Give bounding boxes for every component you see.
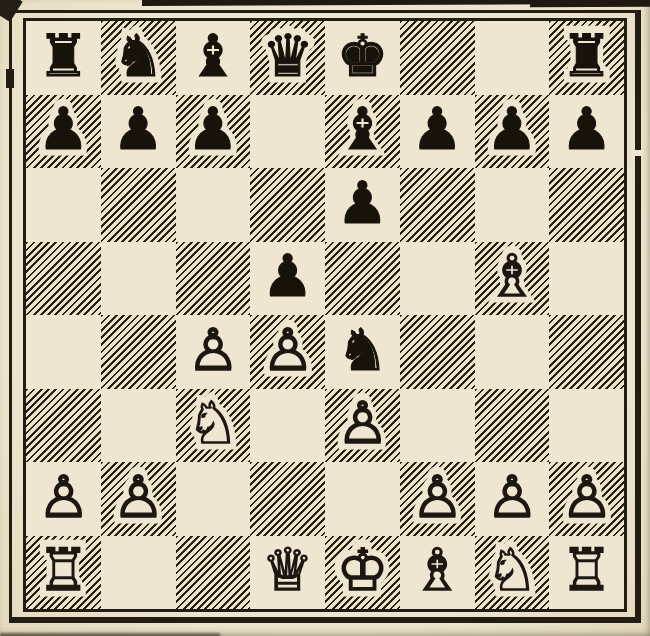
square-e5[interactable] xyxy=(325,242,400,316)
square-h8[interactable]: ♜♜ xyxy=(549,21,624,95)
square-c4[interactable]: ♟♟♙ xyxy=(176,315,251,389)
square-c6[interactable] xyxy=(176,168,251,242)
piece-fill: ♞ xyxy=(187,394,239,452)
piece-halo: ♟ xyxy=(482,96,541,162)
black-king[interactable]: ♚♚ xyxy=(325,21,400,95)
white-king[interactable]: ♚♚♔ xyxy=(325,536,400,610)
piece-halo: ♟ xyxy=(258,243,317,309)
white-bishop[interactable]: ♝♝♗ xyxy=(400,536,475,610)
white-bishop-icon: ♗ xyxy=(486,247,538,305)
black-bishop[interactable]: ♝♝ xyxy=(325,95,400,169)
frame-break-right xyxy=(633,150,642,156)
black-rook[interactable]: ♜♜ xyxy=(26,21,101,95)
square-e3[interactable]: ♟♟♙ xyxy=(325,389,400,463)
chess-board: ♜♜♞♞♝♝♛♛♚♚♜♜♟♟♟♟♟♟♝♝♟♟♟♟♟♟♟♟♟♟♝♝♗♟♟♙♟♟♙♞… xyxy=(26,21,624,609)
square-b3[interactable] xyxy=(101,389,176,463)
square-d6[interactable] xyxy=(250,168,325,242)
piece-halo: ♟ xyxy=(557,96,616,162)
piece-halo: ♟ xyxy=(258,317,317,383)
white-pawn[interactable]: ♟♟♙ xyxy=(101,462,176,536)
white-pawn-icon: ♙ xyxy=(561,467,613,525)
white-pawn[interactable]: ♟♟♙ xyxy=(549,462,624,536)
white-bishop[interactable]: ♝♝♗ xyxy=(475,242,550,316)
black-pawn[interactable]: ♟♟ xyxy=(26,95,101,169)
black-pawn-icon: ♟ xyxy=(411,100,463,158)
square-h4[interactable] xyxy=(549,315,624,389)
black-bishop-icon: ♝ xyxy=(336,100,388,158)
square-c3[interactable]: ♞♞♘ xyxy=(176,389,251,463)
black-rook-icon: ♜ xyxy=(561,26,613,84)
piece-fill: ♟ xyxy=(336,394,388,452)
white-pawn-icon: ♙ xyxy=(187,320,239,378)
square-f5[interactable] xyxy=(400,242,475,316)
square-f4[interactable] xyxy=(400,315,475,389)
black-pawn[interactable]: ♟♟ xyxy=(400,95,475,169)
square-d1[interactable]: ♛♛♕ xyxy=(250,536,325,610)
piece-halo: ♚ xyxy=(333,537,392,603)
square-a7[interactable]: ♟♟ xyxy=(26,95,101,169)
black-pawn-icon: ♟ xyxy=(112,100,164,158)
piece-halo: ♟ xyxy=(482,464,541,530)
square-c5[interactable] xyxy=(176,242,251,316)
square-d2[interactable] xyxy=(250,462,325,536)
square-a3[interactable] xyxy=(26,389,101,463)
piece-halo: ♟ xyxy=(34,96,93,162)
black-knight-icon: ♞ xyxy=(112,26,164,84)
piece-fill: ♛ xyxy=(262,541,314,599)
black-bishop-icon: ♝ xyxy=(187,26,239,84)
square-g3[interactable] xyxy=(475,389,550,463)
scanned-book-page: ♜♜♞♞♝♝♛♛♚♚♜♜♟♟♟♟♟♟♝♝♟♟♟♟♟♟♟♟♟♟♝♝♗♟♟♙♟♟♙♞… xyxy=(0,0,650,636)
black-pawn-icon: ♟ xyxy=(561,100,613,158)
piece-fill: ♟ xyxy=(561,467,613,525)
white-pawn[interactable]: ♟♟♙ xyxy=(475,462,550,536)
white-bishop-icon: ♗ xyxy=(411,541,463,599)
black-queen-icon: ♛ xyxy=(262,26,314,84)
square-e7[interactable]: ♝♝ xyxy=(325,95,400,169)
square-h5[interactable] xyxy=(549,242,624,316)
white-queen[interactable]: ♛♛♕ xyxy=(250,536,325,610)
square-c2[interactable] xyxy=(176,462,251,536)
piece-halo: ♛ xyxy=(258,23,317,89)
white-pawn-icon: ♙ xyxy=(112,467,164,525)
scan-artifact-top-edge xyxy=(142,0,650,6)
piece-fill: ♞ xyxy=(486,541,538,599)
black-pawn-icon: ♟ xyxy=(187,100,239,158)
square-f7[interactable]: ♟♟ xyxy=(400,95,475,169)
square-b7[interactable]: ♟♟ xyxy=(101,95,176,169)
black-rook[interactable]: ♜♜ xyxy=(549,21,624,95)
square-a6[interactable] xyxy=(26,168,101,242)
piece-halo: ♟ xyxy=(109,96,168,162)
square-f6[interactable] xyxy=(400,168,475,242)
square-d3[interactable] xyxy=(250,389,325,463)
square-b5[interactable] xyxy=(101,242,176,316)
white-rook[interactable]: ♜♜♖ xyxy=(26,536,101,610)
piece-halo: ♟ xyxy=(109,464,168,530)
white-pawn-icon: ♙ xyxy=(411,467,463,525)
piece-fill: ♜ xyxy=(37,541,89,599)
black-knight[interactable]: ♞♞ xyxy=(325,315,400,389)
black-pawn[interactable]: ♟♟ xyxy=(549,95,624,169)
black-pawn[interactable]: ♟♟ xyxy=(250,242,325,316)
white-pawn[interactable]: ♟♟♙ xyxy=(325,389,400,463)
square-f1[interactable]: ♝♝♗ xyxy=(400,536,475,610)
white-knight[interactable]: ♞♞♘ xyxy=(475,536,550,610)
black-pawn-icon: ♟ xyxy=(336,173,388,231)
square-g4[interactable] xyxy=(475,315,550,389)
square-c7[interactable]: ♟♟ xyxy=(176,95,251,169)
piece-halo: ♞ xyxy=(109,23,168,89)
black-pawn[interactable]: ♟♟ xyxy=(101,95,176,169)
piece-halo: ♟ xyxy=(333,170,392,236)
square-d5[interactable]: ♟♟ xyxy=(250,242,325,316)
piece-halo: ♟ xyxy=(183,317,242,383)
piece-halo: ♜ xyxy=(557,23,616,89)
square-d7[interactable] xyxy=(250,95,325,169)
piece-fill: ♝ xyxy=(486,247,538,305)
square-a4[interactable] xyxy=(26,315,101,389)
white-knight[interactable]: ♞♞♘ xyxy=(176,389,251,463)
square-f8[interactable] xyxy=(400,21,475,95)
piece-halo: ♜ xyxy=(557,537,616,603)
piece-fill: ♟ xyxy=(187,320,239,378)
piece-fill: ♜ xyxy=(561,541,613,599)
piece-halo: ♝ xyxy=(408,537,467,603)
black-bishop[interactable]: ♝♝ xyxy=(176,21,251,95)
white-pawn-icon: ♙ xyxy=(486,467,538,525)
white-queen-icon: ♕ xyxy=(262,541,314,599)
square-h7[interactable]: ♟♟ xyxy=(549,95,624,169)
square-e6[interactable]: ♟♟ xyxy=(325,168,400,242)
white-pawn-icon: ♙ xyxy=(262,320,314,378)
white-pawn[interactable]: ♟♟♙ xyxy=(26,462,101,536)
black-pawn-icon: ♟ xyxy=(37,100,89,158)
white-pawn-icon: ♙ xyxy=(336,394,388,452)
piece-fill: ♚ xyxy=(336,541,388,599)
square-b4[interactable] xyxy=(101,315,176,389)
piece-fill: ♟ xyxy=(112,467,164,525)
square-h6[interactable] xyxy=(549,168,624,242)
white-king-icon: ♔ xyxy=(336,541,388,599)
piece-halo: ♜ xyxy=(34,23,93,89)
square-h1[interactable]: ♜♜♖ xyxy=(549,536,624,610)
square-e2[interactable] xyxy=(325,462,400,536)
white-pawn[interactable]: ♟♟♙ xyxy=(176,315,251,389)
piece-halo: ♟ xyxy=(557,464,616,530)
square-f3[interactable] xyxy=(400,389,475,463)
piece-halo: ♞ xyxy=(482,537,541,603)
square-a8[interactable]: ♜♜ xyxy=(26,21,101,95)
piece-halo: ♟ xyxy=(333,390,392,456)
black-pawn[interactable]: ♟♟ xyxy=(475,95,550,169)
black-pawn-icon: ♟ xyxy=(262,247,314,305)
square-b8[interactable]: ♞♞ xyxy=(101,21,176,95)
square-a2[interactable]: ♟♟♙ xyxy=(26,462,101,536)
square-g2[interactable]: ♟♟♙ xyxy=(475,462,550,536)
piece-halo: ♚ xyxy=(333,23,392,89)
piece-halo: ♝ xyxy=(482,243,541,309)
square-e8[interactable]: ♚♚ xyxy=(325,21,400,95)
square-g8[interactable] xyxy=(475,21,550,95)
black-pawn[interactable]: ♟♟ xyxy=(176,95,251,169)
square-c1[interactable] xyxy=(176,536,251,610)
piece-halo: ♞ xyxy=(183,390,242,456)
white-pawn[interactable]: ♟♟♙ xyxy=(250,315,325,389)
chess-board-frame: ♜♜♞♞♝♝♛♛♚♚♜♜♟♟♟♟♟♟♝♝♟♟♟♟♟♟♟♟♟♟♝♝♗♟♟♙♟♟♙♞… xyxy=(23,18,627,612)
white-pawn[interactable]: ♟♟♙ xyxy=(400,462,475,536)
square-f2[interactable]: ♟♟♙ xyxy=(400,462,475,536)
white-pawn-icon: ♙ xyxy=(37,467,89,525)
piece-halo: ♟ xyxy=(34,464,93,530)
square-b6[interactable] xyxy=(101,168,176,242)
black-queen[interactable]: ♛♛ xyxy=(250,21,325,95)
square-h3[interactable] xyxy=(549,389,624,463)
square-d8[interactable]: ♛♛ xyxy=(250,21,325,95)
white-knight-icon: ♘ xyxy=(187,394,239,452)
piece-fill: ♟ xyxy=(411,467,463,525)
piece-halo: ♜ xyxy=(34,537,93,603)
black-knight-icon: ♞ xyxy=(336,320,388,378)
black-pawn-icon: ♟ xyxy=(486,100,538,158)
square-b1[interactable] xyxy=(101,536,176,610)
square-g5[interactable]: ♝♝♗ xyxy=(475,242,550,316)
piece-halo: ♟ xyxy=(183,96,242,162)
square-e1[interactable]: ♚♚♔ xyxy=(325,536,400,610)
piece-fill: ♟ xyxy=(37,467,89,525)
black-pawn[interactable]: ♟♟ xyxy=(325,168,400,242)
square-a5[interactable] xyxy=(26,242,101,316)
black-king-icon: ♚ xyxy=(336,26,388,84)
white-rook[interactable]: ♜♜♖ xyxy=(549,536,624,610)
piece-fill: ♟ xyxy=(486,467,538,525)
frame-ornament-left xyxy=(6,69,14,88)
square-g7[interactable]: ♟♟ xyxy=(475,95,550,169)
black-knight[interactable]: ♞♞ xyxy=(101,21,176,95)
white-rook-icon: ♖ xyxy=(561,541,613,599)
square-d4[interactable]: ♟♟♙ xyxy=(250,315,325,389)
square-e4[interactable]: ♞♞ xyxy=(325,315,400,389)
piece-halo: ♟ xyxy=(408,96,467,162)
white-knight-icon: ♘ xyxy=(486,541,538,599)
piece-fill: ♝ xyxy=(411,541,463,599)
square-h2[interactable]: ♟♟♙ xyxy=(549,462,624,536)
square-g1[interactable]: ♞♞♘ xyxy=(475,536,550,610)
piece-halo: ♝ xyxy=(183,23,242,89)
piece-fill: ♟ xyxy=(262,320,314,378)
piece-halo: ♝ xyxy=(333,96,392,162)
piece-halo: ♟ xyxy=(408,464,467,530)
square-a1[interactable]: ♜♜♖ xyxy=(26,536,101,610)
square-c8[interactable]: ♝♝ xyxy=(176,21,251,95)
square-g6[interactable] xyxy=(475,168,550,242)
square-b2[interactable]: ♟♟♙ xyxy=(101,462,176,536)
white-rook-icon: ♖ xyxy=(37,541,89,599)
black-rook-icon: ♜ xyxy=(37,26,89,84)
piece-halo: ♞ xyxy=(333,317,392,383)
piece-halo: ♛ xyxy=(258,537,317,603)
